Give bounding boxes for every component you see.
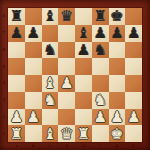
rank-label-4: 4	[0, 75, 8, 92]
chess-board-frame: 87654321 abcdefgh ♜♝♛♜♚♟♟♝♟♟♟♞♟♞♝♟♞♞♟♟♟♟…	[0, 0, 150, 150]
piece-black-pawn[interactable]: ♟	[93, 25, 106, 41]
square-g7[interactable]: ♟	[109, 25, 126, 42]
square-g8[interactable]: ♚	[109, 8, 126, 25]
piece-black-pawn[interactable]: ♟	[127, 25, 140, 41]
square-e1[interactable]: ♜	[75, 125, 92, 142]
piece-black-knight[interactable]: ♞	[43, 42, 56, 58]
square-e8[interactable]	[75, 8, 92, 25]
square-c1[interactable]: ♝	[42, 125, 59, 142]
square-a2[interactable]: ♟	[8, 109, 25, 126]
square-a7[interactable]: ♟	[8, 25, 25, 42]
square-b7[interactable]: ♟	[25, 25, 42, 42]
file-label-f: f	[92, 142, 109, 150]
square-e2[interactable]	[75, 109, 92, 126]
square-f4[interactable]	[92, 75, 109, 92]
square-h3[interactable]	[125, 92, 142, 109]
piece-black-rook[interactable]: ♜	[93, 8, 106, 24]
square-b4[interactable]	[25, 75, 42, 92]
square-e3[interactable]	[75, 92, 92, 109]
square-a8[interactable]: ♜	[8, 8, 25, 25]
rank-label-8: 8	[0, 8, 8, 25]
square-e6[interactable]: ♟	[75, 42, 92, 59]
square-b2[interactable]: ♟	[25, 109, 42, 126]
square-a1[interactable]: ♜	[8, 125, 25, 142]
file-label-h: h	[125, 142, 142, 150]
piece-white-pawn[interactable]: ♟	[10, 109, 23, 125]
square-f8[interactable]: ♜	[92, 8, 109, 25]
square-g3[interactable]	[109, 92, 126, 109]
square-f3[interactable]: ♞	[92, 92, 109, 109]
square-d2[interactable]	[58, 109, 75, 126]
square-e4[interactable]	[75, 75, 92, 92]
square-h8[interactable]	[125, 8, 142, 25]
square-b5[interactable]	[25, 58, 42, 75]
square-e5[interactable]	[75, 58, 92, 75]
square-b3[interactable]	[25, 92, 42, 109]
square-c7[interactable]	[42, 25, 59, 42]
square-c4[interactable]: ♝	[42, 75, 59, 92]
square-d6[interactable]	[58, 42, 75, 59]
square-b1[interactable]	[25, 125, 42, 142]
square-b8[interactable]	[25, 8, 42, 25]
file-label-a: a	[8, 142, 25, 150]
square-h4[interactable]	[125, 75, 142, 92]
piece-black-pawn[interactable]: ♟	[77, 42, 90, 58]
piece-black-pawn[interactable]: ♟	[26, 25, 39, 41]
square-c5[interactable]	[42, 58, 59, 75]
square-d5[interactable]	[58, 58, 75, 75]
square-h7[interactable]: ♟	[125, 25, 142, 42]
file-label-g: g	[109, 142, 126, 150]
piece-white-pawn[interactable]: ♟	[127, 109, 140, 125]
rank-label-5: 5	[0, 58, 8, 75]
rank-labels: 87654321	[0, 8, 8, 142]
rank-label-1: 1	[0, 125, 8, 142]
square-d7[interactable]	[58, 25, 75, 42]
file-label-e: e	[75, 142, 92, 150]
piece-black-king[interactable]: ♚	[110, 8, 123, 24]
piece-white-pawn[interactable]: ♟	[60, 75, 73, 91]
piece-white-rook[interactable]: ♜	[77, 125, 90, 141]
piece-black-queen[interactable]: ♛	[60, 8, 73, 24]
piece-black-rook[interactable]: ♜	[10, 8, 23, 24]
piece-white-bishop[interactable]: ♝	[43, 75, 56, 91]
square-b6[interactable]	[25, 42, 42, 59]
square-e7[interactable]: ♝	[75, 25, 92, 42]
piece-white-king[interactable]: ♚	[110, 125, 123, 141]
piece-white-knight[interactable]: ♞	[93, 92, 106, 108]
piece-black-knight[interactable]: ♞	[93, 42, 106, 58]
square-f1[interactable]	[92, 125, 109, 142]
file-label-d: d	[58, 142, 75, 150]
rank-label-2: 2	[0, 109, 8, 126]
file-label-c: c	[42, 142, 59, 150]
square-g4[interactable]	[109, 75, 126, 92]
piece-white-bishop[interactable]: ♝	[43, 125, 56, 141]
square-h6[interactable]	[125, 42, 142, 59]
piece-white-pawn[interactable]: ♟	[110, 109, 123, 125]
square-d8[interactable]: ♛	[58, 8, 75, 25]
square-c2[interactable]	[42, 109, 59, 126]
square-d4[interactable]: ♟	[58, 75, 75, 92]
square-c3[interactable]: ♞	[42, 92, 59, 109]
piece-black-bishop[interactable]: ♝	[77, 25, 90, 41]
square-a3[interactable]	[8, 92, 25, 109]
piece-white-pawn[interactable]: ♟	[93, 109, 106, 125]
piece-white-rook[interactable]: ♜	[10, 125, 23, 141]
rank-label-6: 6	[0, 42, 8, 59]
square-a6[interactable]	[8, 42, 25, 59]
square-f5[interactable]	[92, 58, 109, 75]
square-c6[interactable]: ♞	[42, 42, 59, 59]
file-labels: abcdefgh	[8, 142, 142, 150]
piece-white-queen[interactable]: ♛	[60, 125, 73, 141]
rank-label-3: 3	[0, 92, 8, 109]
square-h2[interactable]: ♟	[125, 109, 142, 126]
square-g1[interactable]: ♚	[109, 125, 126, 142]
square-c8[interactable]: ♝	[42, 8, 59, 25]
square-g5[interactable]	[109, 58, 126, 75]
square-a5[interactable]	[8, 58, 25, 75]
square-d3[interactable]	[58, 92, 75, 109]
chess-board: ♜♝♛♜♚♟♟♝♟♟♟♞♟♞♝♟♞♞♟♟♟♟♟♜♝♛♜♚	[8, 8, 142, 142]
file-label-b: b	[25, 142, 42, 150]
piece-black-pawn[interactable]: ♟	[10, 25, 23, 41]
square-a4[interactable]	[8, 75, 25, 92]
piece-white-pawn[interactable]: ♟	[26, 109, 39, 125]
square-f2[interactable]: ♟	[92, 109, 109, 126]
square-f6[interactable]: ♞	[92, 42, 109, 59]
rank-label-7: 7	[0, 25, 8, 42]
piece-black-pawn[interactable]: ♟	[110, 25, 123, 41]
square-d1[interactable]: ♛	[58, 125, 75, 142]
square-g2[interactable]: ♟	[109, 109, 126, 126]
square-h5[interactable]	[125, 58, 142, 75]
square-h1[interactable]	[125, 125, 142, 142]
square-f7[interactable]: ♟	[92, 25, 109, 42]
square-g6[interactable]	[109, 42, 126, 59]
piece-white-knight[interactable]: ♞	[43, 92, 56, 108]
piece-black-bishop[interactable]: ♝	[43, 8, 56, 24]
